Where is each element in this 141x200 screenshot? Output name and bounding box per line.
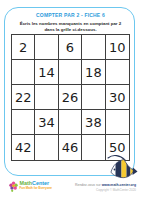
copyright-line: Copyright © MathCenter 2020 bbox=[75, 188, 136, 193]
grid-cell-r4c4: 38 bbox=[82, 110, 105, 135]
grid-cell-r4c2: 34 bbox=[35, 110, 58, 135]
grid-cell-r5c2[interactable] bbox=[35, 135, 58, 160]
grid-cell-r2c2: 14 bbox=[35, 60, 58, 85]
instructions-line-2: dans la grille ci-dessous. bbox=[0, 27, 141, 32]
logo-tagline: Fun Math for Everyone bbox=[20, 187, 53, 190]
grid-cell-r3c2[interactable] bbox=[35, 85, 58, 110]
grid-cell-r4c5[interactable] bbox=[106, 110, 129, 135]
worksheet-title: COMPTER PAR 2 - FICHE 6 bbox=[0, 12, 141, 18]
logo-word-math: Math bbox=[20, 180, 33, 186]
grid-cell-r4c3[interactable] bbox=[59, 110, 82, 135]
grid-cell-r4c1[interactable] bbox=[12, 110, 35, 135]
grid-cell-r3c4[interactable] bbox=[82, 85, 105, 110]
website-link[interactable]: www.math-center.org bbox=[102, 183, 136, 187]
grid-cell-r2c1[interactable] bbox=[12, 60, 35, 85]
logo-word-center: Center bbox=[32, 180, 49, 186]
grid-cell-r3c1: 22 bbox=[12, 85, 35, 110]
grid-cell-r1c2[interactable] bbox=[35, 35, 58, 60]
mathcenter-logo[interactable]: MathCenter Fun Math for Everyone bbox=[9, 181, 52, 192]
grid-cell-r1c4[interactable] bbox=[82, 35, 105, 60]
grid-cell-r1c1: 2 bbox=[12, 35, 35, 60]
grid-cell-r2c3[interactable] bbox=[59, 60, 82, 85]
grid-cell-r3c5: 30 bbox=[106, 85, 129, 110]
grid-cell-r2c5[interactable] bbox=[106, 60, 129, 85]
grid-cell-r1c3: 6 bbox=[59, 35, 82, 60]
instructions-line-1: Écris les nombres manquants en comptant … bbox=[0, 21, 141, 26]
grid-cell-r5c3: 46 bbox=[59, 135, 82, 160]
grid-cell-r5c1: 42 bbox=[12, 135, 35, 160]
worksheet-page: COMPTER PAR 2 - FICHE 6 Écris les nombre… bbox=[0, 0, 141, 200]
grid-cell-r2c4: 18 bbox=[82, 60, 105, 85]
footer-note: Rendez-vous sur www.math-center.org Copy… bbox=[75, 183, 136, 193]
visit-prefix: Rendez-vous sur bbox=[75, 183, 102, 187]
grid-cell-r5c4[interactable] bbox=[82, 135, 105, 160]
grid-cell-r1c5: 10 bbox=[106, 35, 129, 60]
number-grid: 261014182226303438424650 bbox=[11, 34, 130, 161]
fish-icon bbox=[105, 153, 138, 184]
grid-cell-r3c3: 26 bbox=[59, 85, 82, 110]
flower-logo-icon bbox=[9, 181, 18, 192]
